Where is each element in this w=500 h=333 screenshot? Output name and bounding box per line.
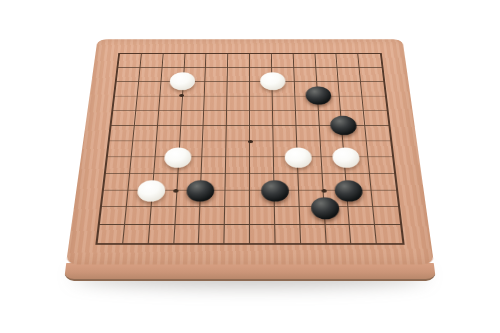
- stone-white[interactable]: [136, 180, 165, 202]
- stone-black[interactable]: [186, 180, 214, 202]
- board-front-edge: [64, 263, 436, 281]
- star-point: [179, 94, 184, 97]
- stone-white[interactable]: [169, 72, 195, 90]
- star-point: [321, 189, 326, 193]
- stone-black[interactable]: [334, 180, 363, 202]
- star-point: [248, 140, 253, 143]
- star-point: [173, 189, 178, 193]
- stone-black[interactable]: [330, 116, 358, 135]
- board-surface: [66, 39, 434, 264]
- go-board-photo: [0, 0, 500, 333]
- stone-black[interactable]: [305, 86, 332, 104]
- stone-white[interactable]: [284, 147, 312, 167]
- stone-white[interactable]: [164, 147, 192, 167]
- stone-white[interactable]: [332, 147, 360, 167]
- stone-black[interactable]: [261, 180, 289, 202]
- points-layer: [95, 53, 404, 245]
- go-board: [66, 39, 434, 264]
- stone-black[interactable]: [311, 197, 340, 219]
- stone-white[interactable]: [260, 72, 286, 90]
